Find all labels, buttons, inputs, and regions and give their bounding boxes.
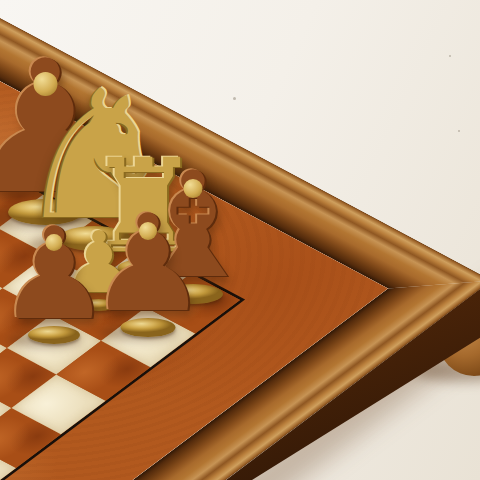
- pawn-glyph: ♟: [0, 211, 111, 338]
- brass-finial-ball-icon: [46, 234, 63, 251]
- dust-speck: [233, 97, 236, 100]
- dust-speck: [449, 55, 451, 57]
- brass-finial-ball-icon: [139, 222, 157, 240]
- product-photo-scene: ♟♞♜♝♟♟♟: [0, 0, 480, 480]
- dust-speck: [458, 130, 460, 132]
- piece-wood-pawn-a2[interactable]: ♟: [114, 215, 182, 337]
- piece-wood-pawn-b3[interactable]: ♟: [22, 228, 86, 344]
